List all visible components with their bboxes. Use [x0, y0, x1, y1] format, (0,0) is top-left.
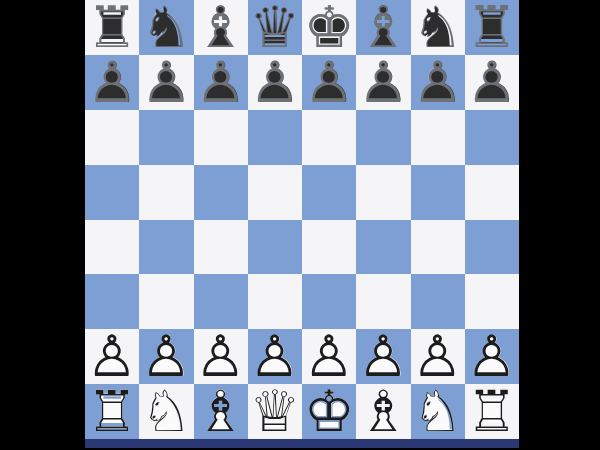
square-b7[interactable]: ♟♙ — [139, 55, 193, 110]
white-pawn-outline-icon: ♙ — [194, 329, 248, 384]
black-pawn-outline-icon: ♙ — [85, 55, 139, 110]
square-b5[interactable] — [139, 165, 193, 220]
white-rook-outline-icon: ♖ — [465, 384, 519, 439]
white-pawn-icon: ♟ — [356, 329, 410, 384]
square-d1[interactable]: ♛♕ — [248, 384, 302, 439]
square-g2[interactable]: ♟♙ — [411, 329, 465, 384]
square-h2[interactable]: ♟♙ — [465, 329, 519, 384]
square-c2[interactable]: ♟♙ — [194, 329, 248, 384]
piece-white-pawn[interactable]: ♟♙ — [411, 329, 465, 384]
square-c3[interactable] — [194, 274, 248, 329]
square-d4[interactable] — [248, 220, 302, 275]
square-f8[interactable]: ♝♗ — [356, 0, 410, 55]
piece-white-bishop[interactable]: ♝♗ — [194, 384, 248, 439]
white-rook-icon: ♜ — [465, 384, 519, 439]
white-pawn-icon: ♟ — [248, 329, 302, 384]
black-king-outline-icon: ♔ — [302, 0, 356, 55]
white-pawn-outline-icon: ♙ — [139, 329, 193, 384]
square-f3[interactable] — [356, 274, 410, 329]
square-d3[interactable] — [248, 274, 302, 329]
white-pawn-outline-icon: ♙ — [85, 329, 139, 384]
square-b8[interactable]: ♞♘ — [139, 0, 193, 55]
black-bishop-icon: ♝ — [356, 0, 410, 55]
piece-black-knight[interactable]: ♞♘ — [139, 0, 193, 55]
piece-black-king[interactable]: ♚♔ — [302, 0, 356, 55]
square-a5[interactable] — [85, 165, 139, 220]
square-c8[interactable]: ♝♗ — [194, 0, 248, 55]
square-e1[interactable]: ♚♔ — [302, 384, 356, 439]
square-d7[interactable]: ♟♙ — [248, 55, 302, 110]
black-king-icon: ♚ — [302, 0, 356, 55]
black-knight-outline-icon: ♘ — [139, 0, 193, 55]
square-f4[interactable] — [356, 220, 410, 275]
white-queen-outline-icon: ♕ — [248, 384, 302, 439]
square-e6[interactable] — [302, 110, 356, 165]
white-knight-outline-icon: ♘ — [139, 384, 193, 439]
chess-board: ♜♖♞♘♝♗♛♕♚♔♝♗♞♘♜♖♟♙♟♙♟♙♟♙♟♙♟♙♟♙♟♙♟♙♟♙♟♙♟♙… — [85, 0, 519, 439]
piece-black-pawn[interactable]: ♟♙ — [302, 55, 356, 110]
piece-white-pawn[interactable]: ♟♙ — [139, 329, 193, 384]
piece-black-pawn[interactable]: ♟♙ — [139, 55, 193, 110]
square-f2[interactable]: ♟♙ — [356, 329, 410, 384]
square-d8[interactable]: ♛♕ — [248, 0, 302, 55]
square-e7[interactable]: ♟♙ — [302, 55, 356, 110]
black-bishop-icon: ♝ — [194, 0, 248, 55]
white-pawn-icon: ♟ — [465, 329, 519, 384]
page-background: ♜♖♞♘♝♗♛♕♚♔♝♗♞♘♜♖♟♙♟♙♟♙♟♙♟♙♟♙♟♙♟♙♟♙♟♙♟♙♟♙… — [0, 0, 600, 450]
white-pawn-outline-icon: ♙ — [248, 329, 302, 384]
black-rook-icon: ♜ — [465, 0, 519, 55]
black-pawn-outline-icon: ♙ — [356, 55, 410, 110]
square-d6[interactable] — [248, 110, 302, 165]
black-pawn-icon: ♟ — [139, 55, 193, 110]
black-pawn-icon: ♟ — [356, 55, 410, 110]
white-rook-outline-icon: ♖ — [85, 384, 139, 439]
square-d5[interactable] — [248, 165, 302, 220]
square-h3[interactable] — [465, 274, 519, 329]
square-f5[interactable] — [356, 165, 410, 220]
white-bishop-outline-icon: ♗ — [356, 384, 410, 439]
square-a4[interactable] — [85, 220, 139, 275]
black-bishop-outline-icon: ♗ — [194, 0, 248, 55]
black-pawn-outline-icon: ♙ — [411, 55, 465, 110]
piece-black-pawn[interactable]: ♟♙ — [85, 55, 139, 110]
square-f6[interactable] — [356, 110, 410, 165]
square-h7[interactable]: ♟♙ — [465, 55, 519, 110]
black-pawn-outline-icon: ♙ — [194, 55, 248, 110]
piece-black-pawn[interactable]: ♟♙ — [248, 55, 302, 110]
white-knight-icon: ♞ — [411, 384, 465, 439]
square-c7[interactable]: ♟♙ — [194, 55, 248, 110]
square-e4[interactable] — [302, 220, 356, 275]
square-g7[interactable]: ♟♙ — [411, 55, 465, 110]
white-pawn-outline-icon: ♙ — [356, 329, 410, 384]
square-b3[interactable] — [139, 274, 193, 329]
square-a8[interactable]: ♜♖ — [85, 0, 139, 55]
black-pawn-outline-icon: ♙ — [248, 55, 302, 110]
piece-black-pawn[interactable]: ♟♙ — [356, 55, 410, 110]
piece-white-queen[interactable]: ♛♕ — [248, 384, 302, 439]
square-f7[interactable]: ♟♙ — [356, 55, 410, 110]
piece-black-rook[interactable]: ♜♖ — [465, 0, 519, 55]
piece-black-pawn[interactable]: ♟♙ — [411, 55, 465, 110]
white-bishop-icon: ♝ — [356, 384, 410, 439]
square-g1[interactable]: ♞♘ — [411, 384, 465, 439]
black-rook-icon: ♜ — [85, 0, 139, 55]
white-king-outline-icon: ♔ — [302, 384, 356, 439]
black-pawn-icon: ♟ — [194, 55, 248, 110]
square-b2[interactable]: ♟♙ — [139, 329, 193, 384]
white-bishop-icon: ♝ — [194, 384, 248, 439]
black-pawn-outline-icon: ♙ — [302, 55, 356, 110]
square-h6[interactable] — [465, 110, 519, 165]
white-pawn-outline-icon: ♙ — [411, 329, 465, 384]
white-pawn-icon: ♟ — [302, 329, 356, 384]
black-pawn-outline-icon: ♙ — [139, 55, 193, 110]
square-b1[interactable]: ♞♘ — [139, 384, 193, 439]
piece-black-pawn[interactable]: ♟♙ — [465, 55, 519, 110]
piece-white-knight[interactable]: ♞♘ — [411, 384, 465, 439]
white-rook-icon: ♜ — [85, 384, 139, 439]
square-g5[interactable] — [411, 165, 465, 220]
square-a1[interactable]: ♜♖ — [85, 384, 139, 439]
black-pawn-icon: ♟ — [85, 55, 139, 110]
square-e5[interactable] — [302, 165, 356, 220]
piece-white-pawn[interactable]: ♟♙ — [465, 329, 519, 384]
piece-white-bishop[interactable]: ♝♗ — [356, 384, 410, 439]
square-e3[interactable] — [302, 274, 356, 329]
black-rook-outline-icon: ♖ — [465, 0, 519, 55]
piece-white-pawn[interactable]: ♟♙ — [356, 329, 410, 384]
white-knight-icon: ♞ — [139, 384, 193, 439]
white-pawn-icon: ♟ — [139, 329, 193, 384]
square-g3[interactable] — [411, 274, 465, 329]
piece-black-knight[interactable]: ♞♘ — [411, 0, 465, 55]
piece-black-bishop[interactable]: ♝♗ — [194, 0, 248, 55]
square-c4[interactable] — [194, 220, 248, 275]
piece-black-pawn[interactable]: ♟♙ — [194, 55, 248, 110]
black-queen-outline-icon: ♕ — [248, 0, 302, 55]
square-c6[interactable] — [194, 110, 248, 165]
board-bottom-edge — [85, 439, 519, 448]
square-g8[interactable]: ♞♘ — [411, 0, 465, 55]
black-pawn-icon: ♟ — [302, 55, 356, 110]
square-h8[interactable]: ♜♖ — [465, 0, 519, 55]
piece-black-queen[interactable]: ♛♕ — [248, 0, 302, 55]
white-pawn-icon: ♟ — [194, 329, 248, 384]
square-c5[interactable] — [194, 165, 248, 220]
piece-white-king[interactable]: ♚♔ — [302, 384, 356, 439]
black-bishop-outline-icon: ♗ — [356, 0, 410, 55]
black-pawn-outline-icon: ♙ — [465, 55, 519, 110]
square-a6[interactable] — [85, 110, 139, 165]
piece-white-pawn[interactable]: ♟♙ — [248, 329, 302, 384]
black-pawn-icon: ♟ — [248, 55, 302, 110]
white-pawn-outline-icon: ♙ — [302, 329, 356, 384]
square-h4[interactable] — [465, 220, 519, 275]
piece-white-knight[interactable]: ♞♘ — [139, 384, 193, 439]
black-knight-icon: ♞ — [139, 0, 193, 55]
white-bishop-outline-icon: ♗ — [194, 384, 248, 439]
black-knight-icon: ♞ — [411, 0, 465, 55]
square-g6[interactable] — [411, 110, 465, 165]
piece-white-rook[interactable]: ♜♖ — [85, 384, 139, 439]
square-b4[interactable] — [139, 220, 193, 275]
square-e8[interactable]: ♚♔ — [302, 0, 356, 55]
white-pawn-outline-icon: ♙ — [465, 329, 519, 384]
black-queen-icon: ♛ — [248, 0, 302, 55]
square-e2[interactable]: ♟♙ — [302, 329, 356, 384]
piece-black-rook[interactable]: ♜♖ — [85, 0, 139, 55]
piece-white-pawn[interactable]: ♟♙ — [194, 329, 248, 384]
piece-white-pawn[interactable]: ♟♙ — [85, 329, 139, 384]
black-pawn-icon: ♟ — [465, 55, 519, 110]
square-a7[interactable]: ♟♙ — [85, 55, 139, 110]
piece-white-rook[interactable]: ♜♖ — [465, 384, 519, 439]
square-a3[interactable] — [85, 274, 139, 329]
white-king-icon: ♚ — [302, 384, 356, 439]
white-pawn-icon: ♟ — [85, 329, 139, 384]
square-a2[interactable]: ♟♙ — [85, 329, 139, 384]
white-knight-outline-icon: ♘ — [411, 384, 465, 439]
piece-white-pawn[interactable]: ♟♙ — [302, 329, 356, 384]
white-pawn-icon: ♟ — [411, 329, 465, 384]
black-pawn-icon: ♟ — [411, 55, 465, 110]
piece-black-bishop[interactable]: ♝♗ — [356, 0, 410, 55]
square-b6[interactable] — [139, 110, 193, 165]
square-c1[interactable]: ♝♗ — [194, 384, 248, 439]
square-h1[interactable]: ♜♖ — [465, 384, 519, 439]
black-rook-outline-icon: ♖ — [85, 0, 139, 55]
square-f1[interactable]: ♝♗ — [356, 384, 410, 439]
square-h5[interactable] — [465, 165, 519, 220]
square-d2[interactable]: ♟♙ — [248, 329, 302, 384]
black-knight-outline-icon: ♘ — [411, 0, 465, 55]
white-queen-icon: ♛ — [248, 384, 302, 439]
square-g4[interactable] — [411, 220, 465, 275]
